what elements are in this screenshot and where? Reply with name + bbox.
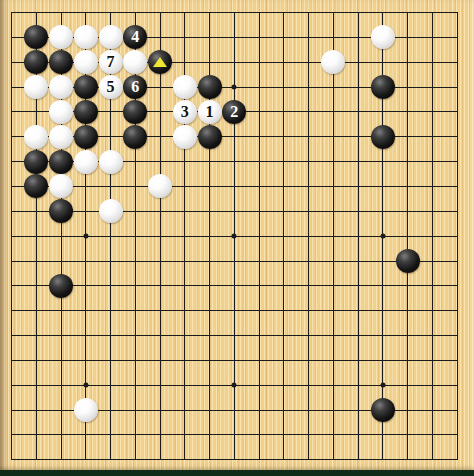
black-stone bbox=[396, 249, 420, 273]
white-stone: 7 bbox=[99, 50, 123, 74]
move-number-label: 3 bbox=[181, 104, 189, 120]
grid-line-vertical bbox=[333, 12, 334, 460]
black-stone bbox=[74, 125, 98, 149]
triangle-marker bbox=[153, 57, 167, 67]
white-stone bbox=[123, 50, 147, 74]
white-stone bbox=[49, 75, 73, 99]
white-stone bbox=[74, 150, 98, 174]
grid-line-vertical bbox=[358, 12, 359, 460]
black-stone bbox=[74, 75, 98, 99]
white-stone bbox=[173, 125, 197, 149]
star-point bbox=[380, 234, 385, 239]
white-stone bbox=[99, 150, 123, 174]
white-stone: 1 bbox=[198, 100, 222, 124]
window-edge-strip bbox=[0, 470, 474, 476]
grid-line-vertical bbox=[259, 12, 260, 460]
grid-line-vertical bbox=[457, 12, 458, 460]
black-stone bbox=[148, 50, 172, 74]
move-number-label: 2 bbox=[230, 104, 238, 120]
white-stone bbox=[173, 75, 197, 99]
white-stone bbox=[49, 125, 73, 149]
move-number-label: 6 bbox=[131, 79, 139, 95]
black-stone bbox=[49, 50, 73, 74]
grid-line-vertical bbox=[432, 12, 433, 460]
grid-line-horizontal bbox=[11, 360, 458, 361]
white-stone: 3 bbox=[173, 100, 197, 124]
grid-line-vertical bbox=[407, 12, 408, 460]
white-stone bbox=[371, 25, 395, 49]
grid-line-vertical bbox=[283, 12, 284, 460]
black-stone bbox=[198, 125, 222, 149]
white-stone bbox=[321, 50, 345, 74]
white-stone: 5 bbox=[99, 75, 123, 99]
black-stone bbox=[24, 25, 48, 49]
star-point bbox=[380, 383, 385, 388]
white-stone bbox=[99, 25, 123, 49]
white-stone bbox=[24, 125, 48, 149]
grid-line-horizontal bbox=[11, 459, 458, 460]
white-stone bbox=[49, 100, 73, 124]
white-stone bbox=[49, 25, 73, 49]
star-point bbox=[232, 383, 237, 388]
black-stone bbox=[24, 50, 48, 74]
white-stone bbox=[24, 75, 48, 99]
black-stone bbox=[49, 274, 73, 298]
star-point bbox=[83, 383, 88, 388]
black-stone bbox=[371, 398, 395, 422]
white-stone bbox=[148, 174, 172, 198]
go-diagram: 4765231 bbox=[0, 0, 474, 476]
grid-line-horizontal bbox=[11, 310, 458, 311]
black-stone bbox=[24, 150, 48, 174]
grid-line-horizontal bbox=[11, 261, 458, 262]
white-stone bbox=[74, 50, 98, 74]
star-point bbox=[83, 234, 88, 239]
black-stone bbox=[198, 75, 222, 99]
white-stone bbox=[74, 398, 98, 422]
star-point bbox=[232, 85, 237, 90]
black-stone bbox=[49, 199, 73, 223]
move-number-label: 7 bbox=[107, 54, 115, 70]
black-stone bbox=[371, 75, 395, 99]
go-board[interactable]: 4765231 bbox=[0, 0, 474, 470]
white-stone bbox=[74, 25, 98, 49]
grid-line-horizontal bbox=[11, 335, 458, 336]
white-stone bbox=[49, 174, 73, 198]
black-stone bbox=[49, 150, 73, 174]
black-stone: 2 bbox=[222, 100, 246, 124]
black-stone: 4 bbox=[123, 25, 147, 49]
star-point bbox=[232, 234, 237, 239]
black-stone bbox=[123, 100, 147, 124]
grid-line-vertical bbox=[308, 12, 309, 460]
black-stone bbox=[24, 174, 48, 198]
move-number-label: 1 bbox=[206, 104, 214, 120]
grid-line-horizontal bbox=[11, 434, 458, 435]
grid-line-horizontal bbox=[11, 285, 458, 286]
black-stone: 6 bbox=[123, 75, 147, 99]
move-number-label: 4 bbox=[131, 29, 139, 45]
black-stone bbox=[371, 125, 395, 149]
white-stone bbox=[99, 199, 123, 223]
black-stone bbox=[123, 125, 147, 149]
black-stone bbox=[74, 100, 98, 124]
move-number-label: 5 bbox=[107, 79, 115, 95]
